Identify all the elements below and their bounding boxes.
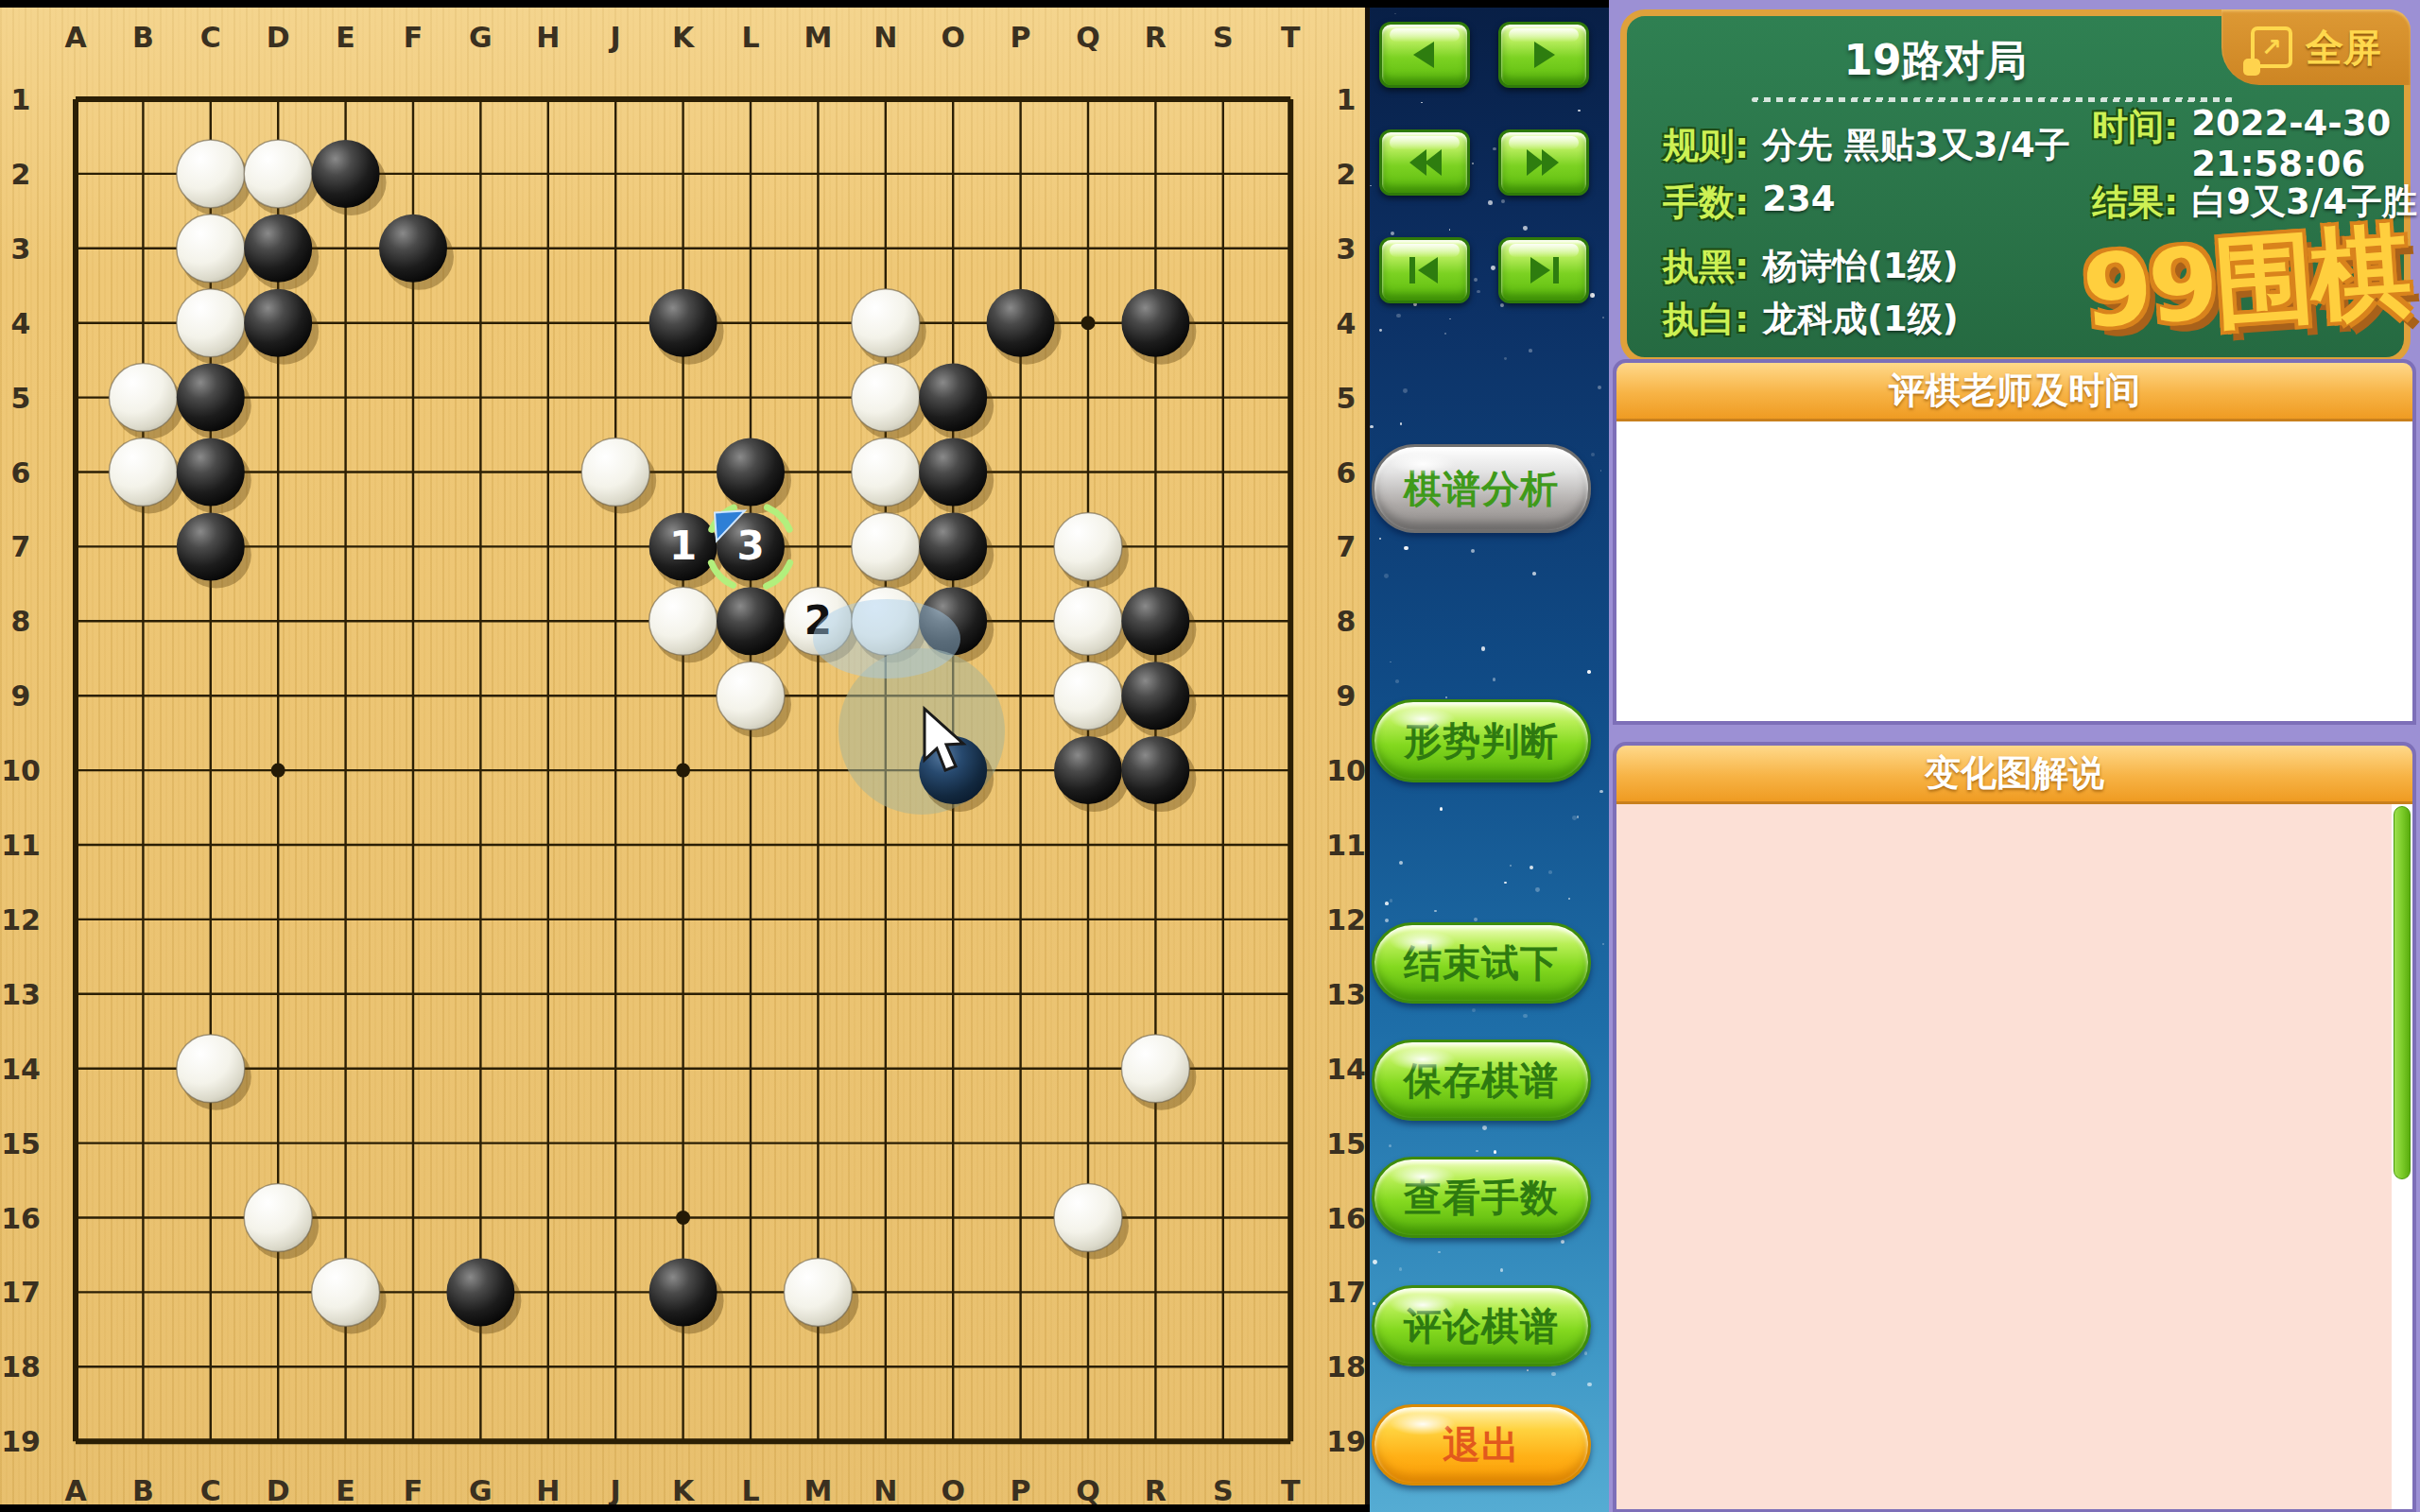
stone-white bbox=[177, 289, 245, 357]
star-icon bbox=[1391, 232, 1394, 235]
star-icon bbox=[1370, 185, 1372, 187]
fast-back-icon bbox=[1402, 146, 1447, 180]
board-canvas[interactable]: AABBCCDDEEFFGGHHJJKKLLMMNNOOPPQQRRSSTT11… bbox=[0, 8, 1365, 1504]
board-coordinate-label: 16 bbox=[1, 1202, 41, 1235]
fullscreen-button[interactable]: ↗ 全屏 bbox=[2221, 9, 2411, 85]
star-icon bbox=[1373, 1260, 1377, 1264]
star-icon bbox=[1373, 1302, 1375, 1305]
board-coordinate-label: Q bbox=[1076, 1474, 1100, 1504]
board-coordinate-label: Q bbox=[1076, 21, 1100, 54]
review-teacher-panel: 评棋老师及时间 bbox=[1613, 359, 2416, 725]
board-coordinate-label: O bbox=[941, 21, 965, 54]
stone-black bbox=[1121, 289, 1189, 357]
board-coordinate-label: 16 bbox=[1326, 1202, 1365, 1235]
fast-forward-icon bbox=[1521, 146, 1566, 180]
info-label: 结果: bbox=[2092, 181, 2178, 223]
stone-white bbox=[717, 661, 785, 730]
star-icon bbox=[1396, 314, 1401, 318]
stone-black bbox=[717, 438, 785, 507]
info-value: 分先 黑贴3又3/4子 bbox=[1762, 122, 2070, 169]
star-icon bbox=[1527, 1369, 1529, 1371]
game-info-row: 手数:234 bbox=[1663, 179, 1835, 227]
star-icon bbox=[1385, 902, 1389, 905]
star-icon bbox=[1504, 357, 1507, 360]
star-icon bbox=[1384, 574, 1389, 578]
stone-white bbox=[244, 140, 312, 208]
info-value: 杨诗怡(1级) bbox=[1762, 243, 1959, 290]
board-coordinate-label: G bbox=[469, 21, 493, 54]
board-coordinate-label: B bbox=[132, 21, 154, 54]
board-coordinate-label: T bbox=[1281, 1474, 1301, 1504]
board-coordinate-label: 18 bbox=[1, 1350, 41, 1383]
stone-white bbox=[177, 140, 245, 208]
info-label: 规则: bbox=[1663, 125, 1749, 166]
star-icon bbox=[1510, 865, 1512, 867]
star-icon bbox=[1578, 110, 1580, 112]
star-icon bbox=[1440, 807, 1443, 811]
game-info-row: 时间:2022-4-3021:58:06 bbox=[2092, 103, 2391, 184]
step-back-icon bbox=[1402, 38, 1447, 72]
star-icon bbox=[1529, 349, 1532, 352]
board-coordinate-label: C bbox=[200, 21, 221, 54]
variation-commentary-content bbox=[1616, 804, 2412, 1509]
stone-white bbox=[312, 1258, 380, 1326]
board-coordinate-label: N bbox=[873, 1474, 897, 1504]
review-teacher-header: 评棋老师及时间 bbox=[1616, 363, 2412, 421]
star-icon bbox=[1403, 388, 1408, 393]
star-icon bbox=[1491, 266, 1495, 270]
board-coordinate-label: C bbox=[200, 1474, 221, 1504]
end-trial-button[interactable]: 结束试下 bbox=[1372, 922, 1591, 1004]
stone-white bbox=[852, 438, 920, 507]
star-icon bbox=[1449, 318, 1451, 320]
stone-white bbox=[109, 364, 177, 432]
star-icon bbox=[1548, 870, 1552, 874]
board-coordinate-label: 13 bbox=[1326, 978, 1365, 1011]
board-coordinate-label: R bbox=[1145, 1474, 1167, 1504]
stone-white bbox=[109, 438, 177, 507]
board-coordinate-label: 1 bbox=[11, 83, 31, 116]
move-number-label: 1 bbox=[669, 523, 697, 569]
stone-white bbox=[1054, 661, 1122, 730]
board-coordinate-label: M bbox=[804, 1474, 832, 1504]
star-icon bbox=[1551, 1372, 1555, 1376]
game-info-row: 执白:龙科成(1级) bbox=[1663, 296, 1959, 344]
stone-white bbox=[1054, 1184, 1122, 1252]
star-icon bbox=[1389, 1144, 1391, 1147]
board-coordinate-label: S bbox=[1213, 1474, 1234, 1504]
star-icon bbox=[1474, 278, 1478, 282]
stone-black bbox=[312, 140, 380, 208]
stone-white bbox=[581, 438, 649, 507]
board-coordinate-label: 15 bbox=[1326, 1127, 1365, 1160]
info-column: 19路对局 ↗ 全屏 规则:分先 黑贴3又3/4子手数:234执黑:杨诗怡(1级… bbox=[1609, 0, 2420, 1512]
board-coordinate-label: J bbox=[609, 21, 621, 54]
stone-black bbox=[1121, 661, 1189, 730]
star-icon bbox=[1501, 199, 1505, 203]
star-icon bbox=[1590, 293, 1595, 298]
star-icon bbox=[1500, 303, 1505, 308]
stone-white bbox=[1054, 587, 1122, 655]
board-coordinate-label: 11 bbox=[1326, 829, 1365, 862]
view-moves-button[interactable]: 查看手数 bbox=[1372, 1157, 1591, 1238]
stone-black bbox=[919, 364, 987, 432]
board-coordinate-label: P bbox=[1011, 21, 1031, 54]
stone-black bbox=[244, 215, 312, 283]
game-title: 19路对局 bbox=[1665, 33, 2205, 89]
board-coordinate-label: 8 bbox=[1337, 605, 1357, 638]
star-icon bbox=[1477, 290, 1480, 294]
step-back-button[interactable] bbox=[1379, 22, 1470, 88]
title-underline bbox=[1752, 97, 2234, 102]
star-icon bbox=[1587, 1383, 1592, 1387]
star-icon bbox=[1482, 1125, 1487, 1130]
board-coordinate-label: 12 bbox=[1326, 903, 1365, 936]
fullscreen-icon: ↗ bbox=[2251, 26, 2292, 68]
star-icon bbox=[1394, 13, 1396, 15]
star-icon bbox=[1572, 816, 1577, 820]
star-icon bbox=[1421, 102, 1423, 104]
board-coordinate-label: S bbox=[1213, 21, 1234, 54]
board-coordinate-label: 15 bbox=[1, 1127, 41, 1160]
star-icon bbox=[1488, 200, 1493, 205]
stone-black bbox=[244, 289, 312, 357]
stone-black bbox=[649, 289, 717, 357]
board-coordinate-label: 2 bbox=[11, 158, 31, 191]
fast-forward-button[interactable] bbox=[1498, 129, 1589, 196]
board-coordinate-label: R bbox=[1145, 21, 1167, 54]
star-icon bbox=[1577, 816, 1579, 817]
board-coordinate-label: D bbox=[267, 1474, 290, 1504]
variation-commentary-panel: 变化图解说 bbox=[1613, 742, 2416, 1512]
info-value: 龙科成(1级) bbox=[1762, 296, 1959, 343]
star-icon bbox=[1444, 333, 1446, 335]
board-coordinate-label: 19 bbox=[1, 1425, 41, 1458]
stone-black bbox=[1054, 736, 1122, 804]
stone-black bbox=[177, 438, 245, 507]
board-coordinate-label: J bbox=[609, 1474, 621, 1504]
star-icon bbox=[1390, 661, 1391, 663]
stone-black bbox=[717, 587, 785, 655]
info-label: 时间: bbox=[2092, 106, 2178, 147]
game-info-row: 规则:分先 黑贴3又3/4子 bbox=[1663, 122, 2070, 170]
star-icon bbox=[1493, 147, 1496, 151]
star-icon bbox=[1530, 866, 1533, 869]
board-coordinate-label: 19 bbox=[1326, 1425, 1365, 1458]
stone-black bbox=[649, 1258, 717, 1326]
board-coordinate-label: 4 bbox=[1337, 307, 1357, 340]
star-icon bbox=[1600, 470, 1602, 472]
stone-white bbox=[649, 587, 717, 655]
star-icon bbox=[1434, 910, 1437, 913]
star-icon bbox=[1584, 1351, 1588, 1355]
stone-black bbox=[446, 1258, 514, 1326]
star-icon bbox=[1587, 670, 1590, 673]
stone-black bbox=[177, 364, 245, 432]
star-icon bbox=[1379, 538, 1381, 540]
board-coordinate-label: A bbox=[64, 1474, 87, 1504]
board-coordinate-label: 9 bbox=[11, 679, 31, 713]
star-icon bbox=[1449, 229, 1451, 231]
stone-black bbox=[1121, 587, 1189, 655]
board-coordinate-label: 5 bbox=[1337, 382, 1357, 415]
star-icon bbox=[1472, 1008, 1476, 1012]
board-coordinate-label: 6 bbox=[1337, 456, 1357, 490]
star-icon bbox=[1399, 861, 1403, 865]
stone-black bbox=[379, 215, 447, 283]
board-coordinate-label: E bbox=[336, 1474, 355, 1504]
star-icon bbox=[1494, 1150, 1496, 1153]
star-icon bbox=[1602, 943, 1604, 945]
board-coordinate-label: 6 bbox=[11, 456, 31, 490]
board-coordinate-label: F bbox=[404, 21, 423, 54]
board-coordinate-label: F bbox=[404, 1474, 423, 1504]
star-icon bbox=[1474, 918, 1478, 921]
star-icon bbox=[1404, 546, 1408, 550]
board-coordinate-label: K bbox=[672, 1474, 696, 1504]
star-icon bbox=[1399, 1267, 1403, 1271]
star-icon bbox=[1472, 163, 1474, 164]
stone-black bbox=[987, 289, 1055, 357]
board-coordinate-label: 18 bbox=[1326, 1350, 1365, 1383]
control-column: 棋谱分析形势判断结束试下保存棋谱查看手数评论棋谱退出 bbox=[1370, 8, 1609, 1512]
scrollbar-thumb[interactable] bbox=[2394, 806, 2411, 1179]
situation-judgement-button[interactable]: 形势判断 bbox=[1372, 699, 1591, 782]
info-label: 执黑: bbox=[1663, 246, 1749, 287]
stone-white bbox=[852, 512, 920, 580]
board-coordinate-label: L bbox=[741, 21, 759, 54]
board-coordinate-label: 9 bbox=[1337, 679, 1357, 713]
board-coordinate-label: E bbox=[336, 21, 355, 54]
jump-start-button[interactable] bbox=[1379, 237, 1470, 303]
jump-end-button[interactable] bbox=[1498, 237, 1589, 303]
board-coordinate-label: 11 bbox=[1, 829, 41, 862]
star-icon bbox=[1493, 678, 1496, 681]
star-icon bbox=[1504, 882, 1506, 884]
board-coordinate-label: G bbox=[469, 1474, 493, 1504]
star-icon bbox=[1532, 572, 1535, 575]
board-coordinate-label: K bbox=[672, 21, 696, 54]
star-icon bbox=[1445, 696, 1447, 698]
star-icon bbox=[1523, 1014, 1528, 1019]
board-coordinate-label: 1 bbox=[1337, 83, 1357, 116]
star-icon bbox=[1500, 1268, 1504, 1272]
star-icon bbox=[1523, 226, 1528, 231]
stone-white bbox=[852, 364, 920, 432]
board-coordinate-label: 14 bbox=[1326, 1053, 1365, 1086]
star-icon bbox=[1535, 887, 1540, 892]
stone-black bbox=[177, 512, 245, 580]
review-teacher-content bbox=[1616, 421, 2412, 721]
board-coordinate-label: A bbox=[64, 21, 87, 54]
star-icon bbox=[1438, 1251, 1440, 1253]
stone-white bbox=[1054, 512, 1122, 580]
kifu-analysis-button[interactable]: 棋谱分析 bbox=[1372, 444, 1591, 533]
star-icon bbox=[1602, 317, 1604, 318]
board-coordinate-label: H bbox=[536, 1474, 560, 1504]
jump-end-icon bbox=[1521, 253, 1566, 287]
move-number-label: 3 bbox=[736, 523, 764, 569]
star-icon bbox=[1599, 790, 1602, 793]
fullscreen-label: 全屏 bbox=[2306, 22, 2381, 74]
board-coordinate-label: 3 bbox=[1337, 232, 1357, 266]
star-icon bbox=[1481, 646, 1486, 651]
star-icon bbox=[1390, 899, 1393, 902]
info-label: 手数: bbox=[1663, 181, 1749, 223]
star-icon bbox=[1395, 679, 1398, 682]
star-icon bbox=[1568, 898, 1570, 900]
info-label: 执白: bbox=[1663, 299, 1749, 340]
board-coordinate-label: 10 bbox=[1326, 754, 1365, 787]
stone-white bbox=[852, 289, 920, 357]
stone-white bbox=[784, 1258, 852, 1326]
board-coordinate-label: 13 bbox=[1, 978, 41, 1011]
board-coordinate-label: L bbox=[741, 1474, 759, 1504]
board-coordinate-label: D bbox=[267, 21, 290, 54]
step-forward-icon bbox=[1521, 38, 1566, 72]
save-kifu-button[interactable]: 保存棋谱 bbox=[1372, 1039, 1591, 1121]
board-coordinate-label: T bbox=[1281, 21, 1301, 54]
scrollbar-track[interactable] bbox=[2392, 804, 2412, 1509]
star-icon bbox=[1561, 1240, 1565, 1245]
qq-go-logo: 99围棋 bbox=[2079, 203, 2412, 361]
star-icon bbox=[1379, 329, 1382, 332]
board-coordinate-label: 17 bbox=[1, 1276, 41, 1309]
board-coordinate-label: 7 bbox=[1337, 530, 1357, 563]
board-coordinate-label: N bbox=[873, 21, 897, 54]
jump-start-icon bbox=[1402, 253, 1447, 287]
exit-button[interactable]: 退出 bbox=[1372, 1404, 1591, 1486]
fast-back-button[interactable] bbox=[1379, 129, 1470, 196]
star-icon bbox=[1471, 549, 1475, 553]
stone-white bbox=[244, 1184, 312, 1252]
board-coordinate-label: 14 bbox=[1, 1053, 41, 1086]
board-coordinate-label: 12 bbox=[1, 903, 41, 936]
stone-white bbox=[177, 215, 245, 283]
star-icon bbox=[1476, 1150, 1478, 1152]
board-coordinate-label: B bbox=[132, 1474, 154, 1504]
board-coordinate-label: 5 bbox=[11, 382, 31, 415]
star-icon bbox=[1385, 919, 1389, 922]
board-coordinate-label: 17 bbox=[1326, 1276, 1365, 1309]
stone-black bbox=[1121, 736, 1189, 804]
board-coordinate-label: 2 bbox=[1337, 158, 1357, 191]
stone-black bbox=[919, 512, 987, 580]
board-coordinate-label: M bbox=[804, 21, 832, 54]
game-info-row: 执黑:杨诗怡(1级) bbox=[1663, 243, 1959, 291]
stone-black bbox=[919, 438, 987, 507]
info-value: 2022-4-3021:58:06 bbox=[2191, 103, 2391, 184]
board-coordinate-label: 4 bbox=[11, 307, 31, 340]
board-coordinate-label: O bbox=[941, 1474, 965, 1504]
variation-commentary-header: 变化图解说 bbox=[1616, 746, 2412, 804]
comment-kifu-button[interactable]: 评论棋谱 bbox=[1372, 1285, 1591, 1366]
star-icon bbox=[1370, 425, 1374, 429]
stone-white bbox=[1121, 1035, 1189, 1103]
board-coordinate-label: 8 bbox=[11, 605, 31, 638]
board-coordinate-label: 10 bbox=[1, 754, 41, 787]
board-coordinate-label: 7 bbox=[11, 530, 31, 563]
step-forward-button[interactable] bbox=[1498, 22, 1589, 88]
star-icon bbox=[1598, 386, 1601, 389]
board-coordinate-label: H bbox=[536, 21, 560, 54]
go-board[interactable]: AABBCCDDEEFFGGHHJJKKLLMMNNOOPPQQRRSSTT11… bbox=[0, 8, 1370, 1504]
star-icon bbox=[1591, 453, 1595, 456]
stone-white bbox=[177, 1035, 245, 1103]
info-value: 234 bbox=[1762, 179, 1835, 219]
board-coordinate-label: 3 bbox=[11, 232, 31, 266]
board-coordinate-label: P bbox=[1011, 1474, 1031, 1504]
star-icon bbox=[1400, 422, 1403, 425]
game-info-panel: 19路对局 ↗ 全屏 规则:分先 黑贴3又3/4子手数:234执黑:杨诗怡(1级… bbox=[1620, 9, 2411, 364]
